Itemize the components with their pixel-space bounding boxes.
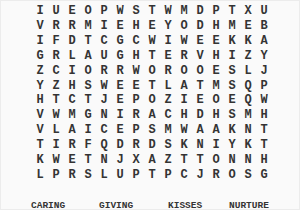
grid-cell[interactable]: T <box>144 167 160 182</box>
grid-cell[interactable]: C <box>160 108 176 123</box>
grid-cell[interactable]: E <box>224 93 240 108</box>
grid-cell[interactable]: R <box>128 108 144 123</box>
grid-cell[interactable]: V <box>192 49 208 64</box>
grid-cell[interactable]: S <box>160 138 176 153</box>
grid-cell[interactable]: D <box>64 34 80 49</box>
grid-cell[interactable]: R <box>160 63 176 78</box>
grid-cell[interactable]: N <box>224 152 240 167</box>
grid-cell[interactable]: Y <box>256 49 272 64</box>
grid-cell[interactable]: T <box>144 49 160 64</box>
grid-cell[interactable]: R <box>64 138 80 153</box>
grid-cell[interactable]: D <box>192 19 208 34</box>
grid-cell[interactable]: H <box>176 108 192 123</box>
grid-cell[interactable]: M <box>80 19 96 34</box>
grid-cell[interactable]: R <box>112 63 128 78</box>
grid-cell[interactable]: W <box>96 78 112 93</box>
grid-cell[interactable]: D <box>144 138 160 153</box>
grid-cell[interactable]: A <box>256 34 272 49</box>
grid-cell[interactable]: T <box>176 152 192 167</box>
grid-cell[interactable]: H <box>128 19 144 34</box>
grid-cell[interactable]: I <box>224 49 240 64</box>
grid-cell[interactable]: N <box>240 152 256 167</box>
grid-cell[interactable]: P <box>128 167 144 182</box>
grid-cell[interactable]: O <box>144 63 160 78</box>
grid-cell[interactable]: W <box>128 63 144 78</box>
word-list-item: NURTURE <box>229 201 269 210</box>
grid-cell[interactable]: J <box>256 63 272 78</box>
grid-cell[interactable]: O <box>80 63 96 78</box>
grid-cell[interactable]: K <box>224 34 240 49</box>
grid-cell[interactable]: L <box>160 78 176 93</box>
grid-cell[interactable]: R <box>48 19 64 34</box>
grid-cell[interactable]: C <box>128 34 144 49</box>
grid-cell[interactable]: R <box>96 63 112 78</box>
word-list: CARINGGIVINGKISSESNURTURE <box>1 201 300 210</box>
grid-cell[interactable]: A <box>192 123 208 138</box>
grid-cell[interactable]: H <box>256 108 272 123</box>
grid-cell[interactable]: L <box>48 123 64 138</box>
grid-cell[interactable]: M <box>208 78 224 93</box>
grid-cell[interactable]: T <box>80 152 96 167</box>
grid-cell[interactable]: A <box>144 152 160 167</box>
grid-cell[interactable]: I <box>112 108 128 123</box>
grid-cell[interactable]: T <box>80 93 96 108</box>
grid-cell[interactable]: A <box>80 49 96 64</box>
grid-cell[interactable]: Z <box>48 78 64 93</box>
grid-cell[interactable]: S <box>240 167 256 182</box>
grid-cell[interactable]: K <box>240 138 256 153</box>
grid-cell[interactable]: X <box>240 4 256 19</box>
grid-cell[interactable]: U <box>48 4 64 19</box>
grid-cell[interactable]: Z <box>160 152 176 167</box>
grid-cell[interactable]: G <box>112 34 128 49</box>
grid-cell[interactable]: T <box>48 93 64 108</box>
grid-cell[interactable]: E <box>192 93 208 108</box>
grid-cell[interactable]: O <box>80 4 96 19</box>
grid-cell[interactable]: E <box>112 19 128 34</box>
grid-cell[interactable]: G <box>256 167 272 182</box>
grid-cell[interactable]: T <box>80 34 96 49</box>
grid-cell[interactable]: R <box>128 138 144 153</box>
grid-cell[interactable]: C <box>64 93 80 108</box>
grid-cell[interactable]: M <box>64 108 80 123</box>
grid-cell[interactable]: E <box>208 63 224 78</box>
grid-cell[interactable]: K <box>32 152 48 167</box>
grid-cell[interactable]: E <box>64 4 80 19</box>
grid-cell[interactable]: T <box>32 138 48 153</box>
grid-cell[interactable]: M <box>160 123 176 138</box>
grid-cell[interactable]: T <box>256 123 272 138</box>
grid-cell[interactable]: R <box>64 19 80 34</box>
grid-cell[interactable]: P <box>208 4 224 19</box>
grid-cell[interactable]: C <box>96 34 112 49</box>
grid-cell[interactable]: N <box>192 138 208 153</box>
grid-cell[interactable]: K <box>224 123 240 138</box>
grid-cell[interactable]: Y <box>224 138 240 153</box>
grid-cell[interactable]: T <box>224 4 240 19</box>
grid-cell[interactable]: D <box>112 138 128 153</box>
word-list-item: KISSES <box>168 201 202 210</box>
grid-cell[interactable]: D <box>192 108 208 123</box>
grid-cell[interactable]: S <box>224 78 240 93</box>
grid-cell[interactable]: H <box>208 49 224 64</box>
grid-cell[interactable]: T <box>256 138 272 153</box>
grid-cell[interactable]: C <box>176 167 192 182</box>
grid-cell[interactable]: P <box>48 167 64 182</box>
letter-grid: IUEOPWSTWMDPTXUVRRMIEHEYODHMEBIFDTCGCWIW… <box>32 4 272 182</box>
grid-cell[interactable]: W <box>176 123 192 138</box>
grid-cell[interactable]: A <box>144 108 160 123</box>
grid-cell[interactable]: E <box>128 78 144 93</box>
grid-cell[interactable]: G <box>112 49 128 64</box>
word-list-item: CARING <box>31 201 65 210</box>
grid-cell[interactable]: H <box>64 78 80 93</box>
grid-cell[interactable]: U <box>96 49 112 64</box>
grid-cell[interactable]: P <box>160 167 176 182</box>
grid-cell[interactable]: K <box>240 34 256 49</box>
grid-cell[interactable]: H <box>256 152 272 167</box>
grid-cell[interactable]: Z <box>160 93 176 108</box>
grid-cell[interactable]: O <box>208 152 224 167</box>
grid-cell[interactable]: I <box>32 4 48 19</box>
grid-cell[interactable]: B <box>256 19 272 34</box>
grid-cell[interactable]: S <box>80 78 96 93</box>
grid-cell[interactable]: E <box>112 78 128 93</box>
grid-cell[interactable]: O <box>224 167 240 182</box>
grid-cell[interactable]: I <box>176 93 192 108</box>
grid-cell[interactable]: I <box>80 123 96 138</box>
grid-cell[interactable]: W <box>144 34 160 49</box>
grid-cell[interactable]: Q <box>96 138 112 153</box>
grid-cell[interactable]: R <box>208 167 224 182</box>
grid-cell[interactable]: U <box>112 167 128 182</box>
grid-cell[interactable]: O <box>192 63 208 78</box>
grid-cell[interactable]: L <box>64 49 80 64</box>
grid-cell[interactable]: O <box>176 63 192 78</box>
word-search-puzzle: IUEOPWSTWMDPTXUVRRMIEHEYODHMEBIFDTCGCWIW… <box>0 0 300 210</box>
grid-cell[interactable]: F <box>48 34 64 49</box>
grid-cell[interactable]: O <box>176 19 192 34</box>
grid-cell[interactable]: C <box>48 63 64 78</box>
grid-cell[interactable]: H <box>208 108 224 123</box>
grid-cell[interactable]: J <box>112 152 128 167</box>
grid-cell[interactable]: K <box>176 138 192 153</box>
grid-cell[interactable]: X <box>128 152 144 167</box>
grid-cell[interactable]: F <box>80 138 96 153</box>
grid-cell[interactable]: Q <box>240 93 256 108</box>
grid-cell[interactable]: E <box>144 19 160 34</box>
grid-cell[interactable]: G <box>32 49 48 64</box>
grid-cell[interactable]: E <box>240 19 256 34</box>
grid-cell[interactable]: Y <box>32 78 48 93</box>
grid-cell[interactable]: I <box>64 63 80 78</box>
grid-cell[interactable]: V <box>32 19 48 34</box>
grid-cell[interactable]: P <box>96 4 112 19</box>
grid-cell[interactable]: I <box>48 138 64 153</box>
grid-cell[interactable]: O <box>144 93 160 108</box>
grid-cell[interactable]: N <box>240 123 256 138</box>
grid-cell[interactable]: P <box>256 78 272 93</box>
grid-cell[interactable]: W <box>48 152 64 167</box>
grid-cell[interactable]: J <box>96 93 112 108</box>
grid-cell[interactable]: A <box>64 123 80 138</box>
word-list-item: GIVING <box>99 201 133 210</box>
grid-cell[interactable]: L <box>32 167 48 182</box>
grid-cell[interactable]: R <box>64 167 80 182</box>
grid-cell[interactable]: I <box>32 34 48 49</box>
grid-cell[interactable]: E <box>64 152 80 167</box>
grid-cell[interactable]: O <box>208 93 224 108</box>
grid-cell[interactable]: W <box>48 108 64 123</box>
grid-cell[interactable]: N <box>96 108 112 123</box>
grid-cell[interactable]: V <box>32 123 48 138</box>
grid-cell[interactable]: S <box>224 63 240 78</box>
grid-cell[interactable]: Q <box>240 78 256 93</box>
grid-cell[interactable]: P <box>128 123 144 138</box>
grid-cell[interactable]: L <box>96 167 112 182</box>
grid-cell[interactable]: I <box>208 138 224 153</box>
grid-cell[interactable]: A <box>176 78 192 93</box>
grid-cell[interactable]: Y <box>160 19 176 34</box>
grid-cell[interactable]: Z <box>240 49 256 64</box>
grid-cell[interactable]: S <box>80 167 96 182</box>
grid-cell[interactable]: I <box>96 19 112 34</box>
grid-cell[interactable]: P <box>128 93 144 108</box>
grid-cell[interactable]: E <box>112 93 128 108</box>
grid-cell[interactable]: H <box>32 93 48 108</box>
grid-cell[interactable]: W <box>160 4 176 19</box>
grid-cell[interactable]: S <box>224 108 240 123</box>
grid-cell[interactable]: W <box>176 34 192 49</box>
grid-cell[interactable]: T <box>144 78 160 93</box>
grid-cell[interactable]: I <box>160 34 176 49</box>
grid-cell[interactable]: A <box>208 123 224 138</box>
grid-cell[interactable]: M <box>240 108 256 123</box>
grid-cell[interactable]: L <box>240 63 256 78</box>
grid-cell[interactable]: M <box>224 19 240 34</box>
grid-cell[interactable]: E <box>112 123 128 138</box>
grid-cell[interactable]: T <box>192 78 208 93</box>
grid-cell[interactable]: S <box>128 4 144 19</box>
grid-cell[interactable]: W <box>112 4 128 19</box>
grid-cell[interactable]: T <box>144 4 160 19</box>
grid-cell[interactable]: E <box>192 34 208 49</box>
grid-cell[interactable]: H <box>128 49 144 64</box>
grid-cell[interactable]: U <box>256 4 272 19</box>
grid-cell[interactable]: Z <box>32 63 48 78</box>
grid-cell[interactable]: N <box>96 152 112 167</box>
grid-cell[interactable]: D <box>192 4 208 19</box>
grid-cell[interactable]: T <box>192 152 208 167</box>
grid-cell[interactable]: S <box>144 123 160 138</box>
grid-cell[interactable]: E <box>160 49 176 64</box>
grid-cell[interactable]: G <box>80 108 96 123</box>
grid-cell[interactable]: V <box>32 108 48 123</box>
grid-cell[interactable]: R <box>176 49 192 64</box>
grid-cell[interactable]: E <box>208 34 224 49</box>
grid-cell[interactable]: R <box>48 49 64 64</box>
grid-cell[interactable]: J <box>192 167 208 182</box>
grid-cell[interactable]: M <box>176 4 192 19</box>
grid-cell[interactable]: C <box>96 123 112 138</box>
grid-cell[interactable]: W <box>256 93 272 108</box>
grid-cell[interactable]: H <box>208 19 224 34</box>
